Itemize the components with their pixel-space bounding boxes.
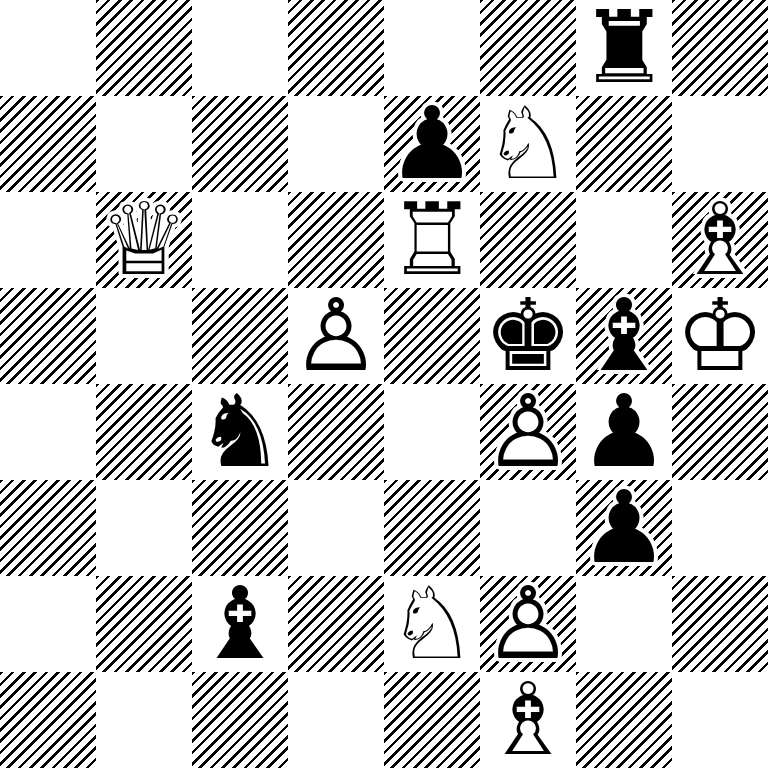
square-d1[interactable] xyxy=(288,672,384,768)
square-c8[interactable] xyxy=(192,0,288,96)
square-g6[interactable] xyxy=(576,192,672,288)
square-a3[interactable] xyxy=(0,480,96,576)
square-d5[interactable]: ♟♙ xyxy=(288,288,384,384)
square-f4[interactable]: ♟♙ xyxy=(480,384,576,480)
square-h6[interactable]: ♝♗ xyxy=(672,192,768,288)
square-b5[interactable] xyxy=(96,288,192,384)
square-c3[interactable] xyxy=(192,480,288,576)
square-h3[interactable] xyxy=(672,480,768,576)
square-b3[interactable] xyxy=(96,480,192,576)
piece-glyph: ♞ xyxy=(192,384,288,480)
square-d4[interactable] xyxy=(288,384,384,480)
black-king-icon: ♚♚ xyxy=(480,288,576,384)
square-e8[interactable] xyxy=(384,0,480,96)
white-rook-icon: ♜♖ xyxy=(384,192,480,288)
black-bishop-icon: ♝♝ xyxy=(576,288,672,384)
square-b8[interactable] xyxy=(96,0,192,96)
square-h4[interactable] xyxy=(672,384,768,480)
white-pawn-icon: ♟♙ xyxy=(480,576,576,672)
white-pawn-icon: ♟♙ xyxy=(480,384,576,480)
square-e6[interactable]: ♜♖ xyxy=(384,192,480,288)
square-b2[interactable] xyxy=(96,576,192,672)
square-e3[interactable] xyxy=(384,480,480,576)
piece-glyph: ♝ xyxy=(576,288,672,384)
piece-glyph: ♙ xyxy=(288,288,384,384)
square-f2[interactable]: ♟♙ xyxy=(480,576,576,672)
square-f5[interactable]: ♚♚ xyxy=(480,288,576,384)
white-bishop-icon: ♝♗ xyxy=(672,192,768,288)
square-b7[interactable] xyxy=(96,96,192,192)
piece-glyph: ♕ xyxy=(96,192,192,288)
square-g5[interactable]: ♝♝ xyxy=(576,288,672,384)
white-knight-icon: ♞♘ xyxy=(480,96,576,192)
square-f6[interactable] xyxy=(480,192,576,288)
square-h7[interactable] xyxy=(672,96,768,192)
piece-glyph: ♗ xyxy=(672,192,768,288)
square-f1[interactable]: ♝♗ xyxy=(480,672,576,768)
white-king-icon: ♚♔ xyxy=(672,288,768,384)
black-pawn-icon: ♟♟ xyxy=(384,96,480,192)
square-c7[interactable] xyxy=(192,96,288,192)
square-c1[interactable] xyxy=(192,672,288,768)
chess-board: ♜♜♟♟♞♘♛♕♜♖♝♗♟♙♚♚♝♝♚♔♞♞♟♙♟♟♟♟♝♝♞♘♟♙♝♗ xyxy=(0,0,768,768)
square-c2[interactable]: ♝♝ xyxy=(192,576,288,672)
square-e4[interactable] xyxy=(384,384,480,480)
square-d2[interactable] xyxy=(288,576,384,672)
square-c6[interactable] xyxy=(192,192,288,288)
square-f3[interactable] xyxy=(480,480,576,576)
square-e7[interactable]: ♟♟ xyxy=(384,96,480,192)
white-queen-icon: ♛♕ xyxy=(96,192,192,288)
square-e5[interactable] xyxy=(384,288,480,384)
square-f8[interactable] xyxy=(480,0,576,96)
black-pawn-icon: ♟♟ xyxy=(576,480,672,576)
square-b6[interactable]: ♛♕ xyxy=(96,192,192,288)
piece-glyph: ♟ xyxy=(576,480,672,576)
piece-glyph: ♖ xyxy=(384,192,480,288)
square-d8[interactable] xyxy=(288,0,384,96)
square-a7[interactable] xyxy=(0,96,96,192)
square-b1[interactable] xyxy=(96,672,192,768)
square-d7[interactable] xyxy=(288,96,384,192)
piece-glyph: ♝ xyxy=(192,576,288,672)
square-h8[interactable] xyxy=(672,0,768,96)
black-pawn-icon: ♟♟ xyxy=(576,384,672,480)
square-g8[interactable]: ♜♜ xyxy=(576,0,672,96)
white-pawn-icon: ♟♙ xyxy=(288,288,384,384)
square-g7[interactable] xyxy=(576,96,672,192)
square-c4[interactable]: ♞♞ xyxy=(192,384,288,480)
square-d3[interactable] xyxy=(288,480,384,576)
square-a1[interactable] xyxy=(0,672,96,768)
piece-glyph: ♚ xyxy=(480,288,576,384)
piece-glyph: ♗ xyxy=(480,672,576,768)
square-d6[interactable] xyxy=(288,192,384,288)
white-bishop-icon: ♝♗ xyxy=(480,672,576,768)
piece-glyph: ♙ xyxy=(480,576,576,672)
black-knight-icon: ♞♞ xyxy=(192,384,288,480)
square-a8[interactable] xyxy=(0,0,96,96)
square-g2[interactable] xyxy=(576,576,672,672)
piece-glyph: ♟ xyxy=(384,96,480,192)
square-a6[interactable] xyxy=(0,192,96,288)
square-a5[interactable] xyxy=(0,288,96,384)
piece-glyph: ♔ xyxy=(672,288,768,384)
square-g4[interactable]: ♟♟ xyxy=(576,384,672,480)
square-h1[interactable] xyxy=(672,672,768,768)
white-knight-icon: ♞♘ xyxy=(384,576,480,672)
piece-glyph: ♘ xyxy=(480,96,576,192)
square-h5[interactable]: ♚♔ xyxy=(672,288,768,384)
square-b4[interactable] xyxy=(96,384,192,480)
black-rook-icon: ♜♜ xyxy=(576,0,672,96)
square-e2[interactable]: ♞♘ xyxy=(384,576,480,672)
square-g1[interactable] xyxy=(576,672,672,768)
piece-glyph: ♘ xyxy=(384,576,480,672)
piece-glyph: ♟ xyxy=(576,384,672,480)
piece-glyph: ♙ xyxy=(480,384,576,480)
square-g3[interactable]: ♟♟ xyxy=(576,480,672,576)
piece-glyph: ♜ xyxy=(576,0,672,96)
square-a4[interactable] xyxy=(0,384,96,480)
square-c5[interactable] xyxy=(192,288,288,384)
square-f7[interactable]: ♞♘ xyxy=(480,96,576,192)
square-h2[interactable] xyxy=(672,576,768,672)
square-e1[interactable] xyxy=(384,672,480,768)
square-a2[interactable] xyxy=(0,576,96,672)
black-bishop-icon: ♝♝ xyxy=(192,576,288,672)
